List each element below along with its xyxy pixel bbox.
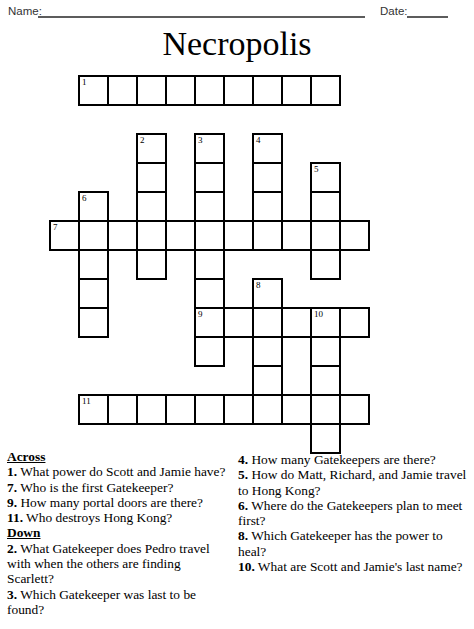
crossword-cell-r5c1[interactable] [78, 220, 109, 251]
clue-11-across: 11. Who destroys Hong Kong? [7, 510, 227, 525]
cell-number: 3 [198, 135, 203, 145]
cell-number: 8 [256, 280, 261, 290]
crossword-cell-r0c7[interactable] [252, 75, 283, 106]
crossword-cell-r8c10[interactable] [339, 307, 370, 338]
crossword-cell-r7c7[interactable]: 8 [252, 278, 283, 309]
clue-text: Who destroys Hong Kong? [26, 510, 172, 525]
crossword-cell-r11c2[interactable] [107, 394, 138, 425]
crossword-cell-r8c9[interactable]: 10 [310, 307, 341, 338]
crossword-cell-r5c3[interactable] [136, 220, 167, 251]
crossword-cell-r9c7[interactable] [252, 336, 283, 367]
crossword-cell-r3c5[interactable] [194, 162, 225, 193]
clue-text: What are Scott and Jamie's last name? [258, 559, 463, 574]
worksheet-page: Name: Date: Necropolis 1234567891011 Acr… [0, 0, 474, 629]
cell-number: 5 [314, 164, 319, 174]
clue-9-across: 9. How many portal doors are there? [7, 495, 227, 510]
clue-8-down: 8. Which Gatekeeper has the power to hea… [238, 528, 470, 559]
clue-text: What power do Scott and Jamie have? [20, 464, 225, 479]
crossword-cell-r2c7[interactable]: 4 [252, 133, 283, 164]
cell-number: 4 [256, 135, 261, 145]
crossword-cell-r11c5[interactable] [194, 394, 225, 425]
clue-text: What Gatekeeper does Pedro travel with w… [7, 541, 210, 587]
clue-number: 1. [7, 464, 17, 479]
crossword-cell-r0c6[interactable] [223, 75, 254, 106]
clue-number: 4. [238, 452, 248, 467]
crossword-cell-r11c4[interactable] [165, 394, 196, 425]
clue-text: Which Gatekeeper was last to be found? [7, 587, 196, 617]
crossword-cell-r11c9[interactable] [310, 394, 341, 425]
crossword-cell-r3c7[interactable] [252, 162, 283, 193]
crossword-cell-r4c1[interactable]: 6 [78, 191, 109, 222]
clue-number: 10. [238, 559, 255, 574]
crossword-cell-r7c5[interactable] [194, 278, 225, 309]
crossword-cell-r8c6[interactable] [223, 307, 254, 338]
clues-section: Across 1. What power do Scott and Jamie … [7, 449, 472, 617]
clue-text: Who is the first Gatekeeper? [20, 480, 173, 495]
crossword-cell-r3c3[interactable] [136, 162, 167, 193]
crossword-cell-r4c9[interactable] [310, 191, 341, 222]
crossword-cell-r10c7[interactable] [252, 365, 283, 396]
date-blank-line [407, 16, 448, 18]
crossword-cell-r5c10[interactable] [339, 220, 370, 251]
clue-6-down: 6. Where do the Gatekeepers plan to meet… [238, 498, 470, 529]
name-label: Name: [8, 5, 42, 17]
crossword-cell-r11c7[interactable] [252, 394, 283, 425]
cell-number: 2 [140, 135, 145, 145]
across-heading: Across [7, 449, 227, 464]
crossword-cell-r5c8[interactable] [281, 220, 312, 251]
crossword-cell-r11c1[interactable]: 11 [78, 394, 109, 425]
clue-text: Which Gatekeeper has the power to heal? [238, 528, 443, 558]
crossword-cell-r8c7[interactable] [252, 307, 283, 338]
crossword-cell-r6c3[interactable] [136, 249, 167, 280]
puzzle-title: Necropolis [0, 26, 474, 62]
clue-number: 7. [7, 480, 17, 495]
crossword-cell-r8c8[interactable] [281, 307, 312, 338]
crossword-cell-r3c9[interactable]: 5 [310, 162, 341, 193]
crossword-cell-r9c5[interactable] [194, 336, 225, 367]
clues-column-left: Across 1. What power do Scott and Jamie … [7, 449, 227, 617]
across-clues-list: 1. What power do Scott and Jamie have?7.… [7, 464, 227, 525]
crossword-cell-r2c3[interactable]: 2 [136, 133, 167, 164]
clue-number: 3. [7, 587, 17, 602]
crossword-cell-r5c4[interactable] [165, 220, 196, 251]
clue-number: 11. [7, 510, 23, 525]
crossword-cell-r5c9[interactable] [310, 220, 341, 251]
crossword-cell-r0c2[interactable] [107, 75, 138, 106]
clue-1-across: 1. What power do Scott and Jamie have? [7, 464, 227, 479]
down-clues-list-right: 4. How many Gatekeepers are there?5. How… [238, 452, 470, 574]
name-blank-line [38, 16, 365, 18]
crossword-cell-r6c9[interactable] [310, 249, 341, 280]
clue-3-down: 3. Which Gatekeeper was last to be found… [7, 587, 227, 618]
crossword-cell-r4c7[interactable] [252, 191, 283, 222]
crossword-cell-r11c6[interactable] [223, 394, 254, 425]
clue-text: How many Gatekeepers are there? [251, 452, 435, 467]
crossword-cell-r5c5[interactable] [194, 220, 225, 251]
crossword-grid: 1234567891011 [49, 75, 370, 454]
crossword-cell-r11c8[interactable] [281, 394, 312, 425]
crossword-cell-r0c3[interactable] [136, 75, 167, 106]
crossword-cell-r0c4[interactable] [165, 75, 196, 106]
cell-number: 7 [53, 222, 58, 232]
clue-number: 5. [238, 467, 248, 482]
clue-7-across: 7. Who is the first Gatekeeper? [7, 480, 227, 495]
crossword-cell-r7c1[interactable] [78, 278, 109, 309]
crossword-cell-r0c1[interactable]: 1 [78, 75, 109, 106]
down-heading: Down [7, 525, 227, 540]
crossword-cell-r5c7[interactable] [252, 220, 283, 251]
clue-number: 8. [238, 528, 248, 543]
clue-number: 2. [7, 541, 17, 556]
crossword-cell-r5c2[interactable] [107, 220, 138, 251]
cell-number: 9 [198, 309, 203, 319]
crossword-cell-r11c3[interactable] [136, 394, 167, 425]
date-label: Date: [380, 5, 408, 17]
cell-number: 1 [82, 77, 87, 87]
crossword-cell-r10c9[interactable] [310, 365, 341, 396]
clues-column-right: 4. How many Gatekeepers are there?5. How… [238, 449, 470, 617]
clue-2-down: 2. What Gatekeeper does Pedro travel wit… [7, 541, 227, 587]
crossword-cell-r2c5[interactable]: 3 [194, 133, 225, 164]
clue-4-down: 4. How many Gatekeepers are there? [238, 452, 470, 467]
clue-text: How do Matt, Richard, and Jamie travel t… [238, 467, 466, 497]
crossword-cell-r8c1[interactable] [78, 307, 109, 338]
crossword-cell-r5c0[interactable]: 7 [49, 220, 80, 251]
clue-10-down: 10. What are Scott and Jamie's last name… [238, 559, 470, 574]
crossword-cell-r4c5[interactable] [194, 191, 225, 222]
cell-number: 11 [82, 396, 91, 406]
crossword-cell-r9c9[interactable] [310, 336, 341, 367]
clue-text: Where do the Gatekeepers plan to meet fi… [238, 498, 462, 528]
crossword-cell-r4c3[interactable] [136, 191, 167, 222]
clue-5-down: 5. How do Matt, Richard, and Jamie trave… [238, 467, 470, 498]
crossword-cell-r6c5[interactable] [194, 249, 225, 280]
crossword-cell-r0c8[interactable] [281, 75, 312, 106]
down-clues-list-left: 2. What Gatekeeper does Pedro travel wit… [7, 541, 227, 617]
clue-number: 9. [7, 495, 17, 510]
crossword-cell-r0c5[interactable] [194, 75, 225, 106]
clue-text: How many portal doors are there? [20, 495, 203, 510]
cell-number: 6 [82, 193, 87, 203]
clue-number: 6. [238, 498, 248, 513]
crossword-cell-r11c10[interactable] [339, 394, 370, 425]
crossword-cell-r8c5[interactable]: 9 [194, 307, 225, 338]
crossword-cell-r0c9[interactable] [310, 75, 341, 106]
crossword-cell-r6c1[interactable] [78, 249, 109, 280]
cell-number: 10 [314, 309, 323, 319]
crossword-cell-r5c6[interactable] [223, 220, 254, 251]
